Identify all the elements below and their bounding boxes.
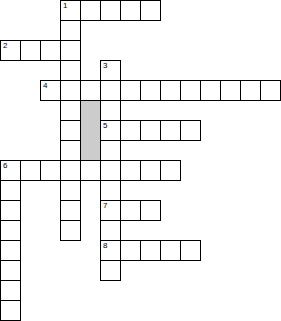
crossword-grid: 12345678	[0, 0, 281, 321]
crossword-cell[interactable]	[160, 160, 181, 181]
crossword-cell[interactable]	[60, 180, 81, 201]
crossword-cell[interactable]	[260, 80, 281, 101]
crossword-cell[interactable]	[60, 220, 81, 241]
clue-number: 5	[103, 122, 107, 130]
crossword-cell[interactable]: 5	[100, 120, 121, 141]
crossword-cell[interactable]	[100, 0, 121, 21]
crossword-cell[interactable]	[180, 240, 201, 261]
crossword-cell[interactable]	[60, 60, 81, 81]
crossword-cell[interactable]	[140, 120, 161, 141]
crossword-cell[interactable]	[180, 120, 201, 141]
crossword-cell[interactable]	[140, 0, 161, 21]
clue-number: 1	[63, 2, 67, 10]
crossword-cell[interactable]	[0, 280, 21, 301]
crossword-cell[interactable]	[100, 140, 121, 161]
crossword-cell[interactable]	[0, 300, 21, 321]
crossword-cell[interactable]	[160, 80, 181, 101]
clue-number: 4	[43, 82, 47, 90]
clue-number: 2	[3, 42, 7, 50]
crossword-cell[interactable]	[60, 120, 81, 141]
crossword-cell[interactable]	[140, 80, 161, 101]
crossword-cell[interactable]: 4	[40, 80, 61, 101]
crossword-cell[interactable]	[240, 80, 261, 101]
clue-number: 7	[103, 202, 107, 210]
crossword-cell[interactable]	[120, 80, 141, 101]
crossword-cell[interactable]	[180, 80, 201, 101]
crossword-cell[interactable]	[0, 240, 21, 261]
crossword-cell[interactable]	[60, 20, 81, 41]
crossword-cell[interactable]: 2	[0, 40, 21, 61]
crossword-cell[interactable]	[0, 180, 21, 201]
crossword-cell[interactable]	[100, 180, 121, 201]
crossword-cell[interactable]	[160, 240, 181, 261]
crossword-cell[interactable]	[100, 260, 121, 281]
crossword-cell[interactable]: 6	[0, 160, 21, 181]
crossword-cell[interactable]	[80, 0, 101, 21]
crossword-cell[interactable]	[0, 200, 21, 221]
crossword-cell[interactable]: 1	[60, 0, 81, 21]
crossword-cell[interactable]	[60, 80, 81, 101]
crossword-cell[interactable]	[80, 160, 101, 181]
crossword-cell[interactable]	[120, 240, 141, 261]
crossword-cell[interactable]	[140, 160, 161, 181]
crossword-cell[interactable]	[140, 240, 161, 261]
crossword-cell[interactable]: 8	[100, 240, 121, 261]
crossword-cell[interactable]	[120, 120, 141, 141]
crossword-cell[interactable]	[80, 80, 101, 101]
crossword-cell[interactable]	[100, 80, 121, 101]
crossword-cell[interactable]	[100, 100, 121, 121]
crossword-cell[interactable]	[0, 260, 21, 281]
crossword-cell[interactable]	[140, 200, 161, 221]
crossword-cell[interactable]	[60, 140, 81, 161]
crossword-cell[interactable]	[20, 160, 41, 181]
crossword-cell[interactable]	[40, 40, 61, 61]
crossword-cell[interactable]: 3	[100, 60, 121, 81]
crossword-cell[interactable]	[200, 80, 221, 101]
clue-number: 8	[103, 242, 107, 250]
crossword-cell[interactable]	[60, 100, 81, 121]
crossword-cell[interactable]	[60, 160, 81, 181]
crossword-cell[interactable]	[160, 120, 181, 141]
crossword-cell[interactable]	[100, 160, 121, 181]
crossword-cell[interactable]	[40, 160, 61, 181]
crossword-cell[interactable]	[120, 0, 141, 21]
crossword-cell[interactable]: 7	[100, 200, 121, 221]
clue-number: 3	[103, 62, 107, 70]
crossword-cell[interactable]	[60, 40, 81, 61]
crossword-cell[interactable]	[60, 200, 81, 221]
crossword-cell[interactable]	[100, 220, 121, 241]
crossword-cell[interactable]	[0, 220, 21, 241]
crossword-cell[interactable]	[120, 160, 141, 181]
crossword-cell[interactable]	[120, 200, 141, 221]
clue-number: 6	[3, 162, 7, 170]
crossword-cell[interactable]	[220, 80, 241, 101]
crossword-cell[interactable]	[20, 40, 41, 61]
shaded-region	[80, 100, 101, 161]
